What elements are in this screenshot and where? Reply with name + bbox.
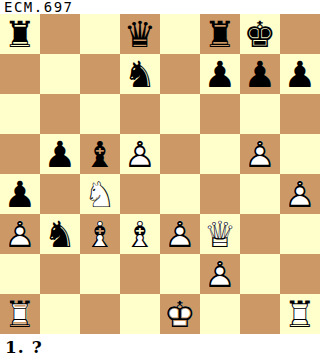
- square-c8[interactable]: [80, 14, 120, 54]
- square-h4[interactable]: ♟♙: [280, 174, 320, 214]
- square-b8[interactable]: [40, 14, 80, 54]
- square-b5[interactable]: ♟: [40, 134, 80, 174]
- white-pawn[interactable]: ♟♙: [280, 174, 320, 214]
- piece-glyph-fill: ♜: [0, 14, 40, 54]
- square-c2[interactable]: [80, 254, 120, 294]
- white-pawn[interactable]: ♟♙: [0, 214, 40, 254]
- square-b3[interactable]: ♞: [40, 214, 80, 254]
- square-f1[interactable]: [200, 294, 240, 334]
- move-prompt: 1. ?: [5, 337, 43, 357]
- piece-glyph-fill: ♟: [240, 54, 280, 94]
- square-d2[interactable]: [120, 254, 160, 294]
- chess-board: ♜♛♜♚♞♟♟♟♟♝♟♙♟♙♟♞♘♟♙♟♙♞♝♗♝♗♟♙♛♕♟♙♜♖♚♔♜♖: [0, 14, 320, 334]
- white-rook[interactable]: ♜♖: [280, 294, 320, 334]
- square-c4[interactable]: ♞♘: [80, 174, 120, 214]
- square-h6[interactable]: [280, 94, 320, 134]
- piece-glyph-outline: ♙: [240, 134, 280, 174]
- black-pawn[interactable]: ♟: [40, 134, 80, 174]
- square-e1[interactable]: ♚♔: [160, 294, 200, 334]
- black-queen[interactable]: ♛: [120, 14, 160, 54]
- square-h1[interactable]: ♜♖: [280, 294, 320, 334]
- black-bishop[interactable]: ♝: [80, 134, 120, 174]
- white-pawn[interactable]: ♟♙: [120, 134, 160, 174]
- piece-glyph-outline: ♔: [160, 294, 200, 334]
- square-d3[interactable]: ♝♗: [120, 214, 160, 254]
- square-h5[interactable]: [280, 134, 320, 174]
- square-g1[interactable]: [240, 294, 280, 334]
- square-g7[interactable]: ♟: [240, 54, 280, 94]
- white-knight[interactable]: ♞♘: [80, 174, 120, 214]
- square-e6[interactable]: [160, 94, 200, 134]
- square-f4[interactable]: [200, 174, 240, 214]
- piece-glyph-outline: ♙: [200, 254, 240, 294]
- square-a7[interactable]: [0, 54, 40, 94]
- square-e7[interactable]: [160, 54, 200, 94]
- square-g3[interactable]: [240, 214, 280, 254]
- piece-glyph-outline: ♖: [0, 294, 40, 334]
- square-b1[interactable]: [40, 294, 80, 334]
- white-pawn[interactable]: ♟♙: [240, 134, 280, 174]
- piece-glyph-fill: ♝: [80, 134, 120, 174]
- square-d7[interactable]: ♞: [120, 54, 160, 94]
- square-g6[interactable]: [240, 94, 280, 134]
- black-pawn[interactable]: ♟: [0, 174, 40, 214]
- square-f7[interactable]: ♟: [200, 54, 240, 94]
- piece-glyph-fill: ♞: [120, 54, 160, 94]
- piece-glyph-outline: ♙: [120, 134, 160, 174]
- square-b4[interactable]: [40, 174, 80, 214]
- square-f8[interactable]: ♜: [200, 14, 240, 54]
- piece-glyph-outline: ♗: [80, 214, 120, 254]
- piece-glyph-fill: ♟: [0, 174, 40, 214]
- square-a4[interactable]: ♟: [0, 174, 40, 214]
- piece-glyph-outline: ♖: [280, 294, 320, 334]
- square-a2[interactable]: [0, 254, 40, 294]
- square-h8[interactable]: [280, 14, 320, 54]
- square-g4[interactable]: [240, 174, 280, 214]
- diagram-title: ECM.697: [4, 0, 74, 14]
- square-a5[interactable]: [0, 134, 40, 174]
- piece-glyph-fill: ♚: [240, 14, 280, 54]
- square-g2[interactable]: [240, 254, 280, 294]
- square-c3[interactable]: ♝♗: [80, 214, 120, 254]
- square-f3[interactable]: ♛♕: [200, 214, 240, 254]
- black-knight[interactable]: ♞: [120, 54, 160, 94]
- piece-glyph-fill: ♜: [200, 14, 240, 54]
- piece-glyph-fill: ♟: [280, 54, 320, 94]
- black-king[interactable]: ♚: [240, 14, 280, 54]
- square-d8[interactable]: ♛: [120, 14, 160, 54]
- square-b6[interactable]: [40, 94, 80, 134]
- black-pawn[interactable]: ♟: [240, 54, 280, 94]
- square-h3[interactable]: [280, 214, 320, 254]
- piece-glyph-outline: ♙: [0, 214, 40, 254]
- piece-glyph-outline: ♕: [200, 214, 240, 254]
- piece-glyph-fill: ♞: [40, 214, 80, 254]
- square-f6[interactable]: [200, 94, 240, 134]
- square-c6[interactable]: [80, 94, 120, 134]
- square-d6[interactable]: [120, 94, 160, 134]
- square-e4[interactable]: [160, 174, 200, 214]
- square-h7[interactable]: ♟: [280, 54, 320, 94]
- white-bishop[interactable]: ♝♗: [80, 214, 120, 254]
- square-b2[interactable]: [40, 254, 80, 294]
- piece-glyph-outline: ♙: [160, 214, 200, 254]
- square-a8[interactable]: ♜: [0, 14, 40, 54]
- piece-glyph-outline: ♗: [120, 214, 160, 254]
- square-f5[interactable]: [200, 134, 240, 174]
- square-d4[interactable]: [120, 174, 160, 214]
- white-queen[interactable]: ♛♕: [200, 214, 240, 254]
- square-c5[interactable]: ♝: [80, 134, 120, 174]
- black-pawn[interactable]: ♟: [200, 54, 240, 94]
- square-e3[interactable]: ♟♙: [160, 214, 200, 254]
- square-d1[interactable]: [120, 294, 160, 334]
- black-knight[interactable]: ♞: [40, 214, 80, 254]
- white-rook[interactable]: ♜♖: [0, 294, 40, 334]
- black-rook[interactable]: ♜: [0, 14, 40, 54]
- piece-glyph-fill: ♟: [200, 54, 240, 94]
- square-d5[interactable]: ♟♙: [120, 134, 160, 174]
- piece-glyph-fill: ♟: [40, 134, 80, 174]
- white-king[interactable]: ♚♔: [160, 294, 200, 334]
- square-c1[interactable]: [80, 294, 120, 334]
- square-e5[interactable]: [160, 134, 200, 174]
- black-rook[interactable]: ♜: [200, 14, 240, 54]
- square-f2[interactable]: ♟♙: [200, 254, 240, 294]
- square-e8[interactable]: [160, 14, 200, 54]
- piece-glyph-outline: ♙: [280, 174, 320, 214]
- white-pawn[interactable]: ♟♙: [160, 214, 200, 254]
- piece-glyph-outline: ♘: [80, 174, 120, 214]
- white-pawn[interactable]: ♟♙: [200, 254, 240, 294]
- square-a3[interactable]: ♟♙: [0, 214, 40, 254]
- piece-glyph-fill: ♛: [120, 14, 160, 54]
- square-h2[interactable]: [280, 254, 320, 294]
- square-b7[interactable]: [40, 54, 80, 94]
- square-g5[interactable]: ♟♙: [240, 134, 280, 174]
- square-g8[interactable]: ♚: [240, 14, 280, 54]
- square-c7[interactable]: [80, 54, 120, 94]
- black-pawn[interactable]: ♟: [280, 54, 320, 94]
- square-a1[interactable]: ♜♖: [0, 294, 40, 334]
- white-bishop[interactable]: ♝♗: [120, 214, 160, 254]
- square-a6[interactable]: [0, 94, 40, 134]
- square-e2[interactable]: [160, 254, 200, 294]
